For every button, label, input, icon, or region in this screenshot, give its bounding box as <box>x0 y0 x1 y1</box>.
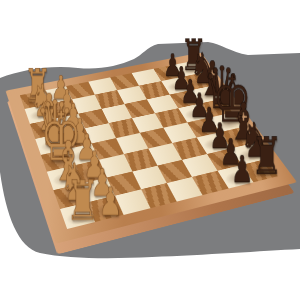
black-rook[interactable]: ♜ <box>251 129 283 181</box>
white-rook[interactable]: ♜ <box>65 172 99 228</box>
white-pawn[interactable]: ♟ <box>98 182 122 221</box>
black-pawn[interactable]: ♟ <box>231 150 254 187</box>
product-photo: ♜♟♟♜♞♟♟♞♝♟♟♝♛♟♟♛♚♟♟♚♝♟♟♝♞♟♟♞♜♟♟♜ <box>0 0 300 300</box>
square-h1[interactable]: ♜ <box>60 202 95 229</box>
